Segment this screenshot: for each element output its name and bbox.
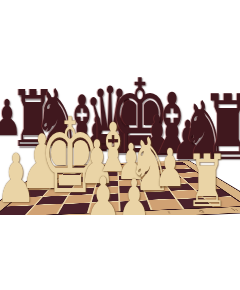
chess-piece-light-rook: ♜ [185,144,228,215]
piece-layer: ♟♜♞♝♟♛♟♚♟♝♟♞♜♟♟♚♟♝♟♞♟♜♟♟ [0,60,240,215]
chess-piece-light-pawn: ♟ [154,143,185,196]
chess-piece-light-pawn: ♟ [84,169,122,215]
chess-set-photo: abcdefgh ♟♜♞♝♟♛♟♚♟♝♟♞♜♟♟♚♟♝♟♞♟♜♟♟ [0,60,240,215]
product-image[interactable]: abcdefgh ♟♜♞♝♟♛♟♚♟♝♟♞♜♟♟♚♟♝♟♞♟♜♟♟ [0,0,240,290]
chess-piece-light-pawn: ♟ [117,173,150,216]
